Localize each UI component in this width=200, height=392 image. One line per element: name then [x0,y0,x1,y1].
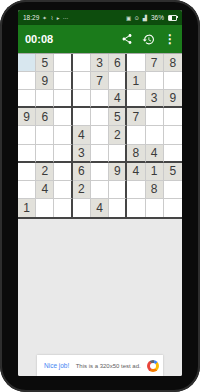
phone-frame: 18:29 ✦ ⌇ ▸ ⋯ ▣ ⊙ ▟ 36% 00:08 [0,0,200,392]
cell-r2c7[interactable]: 1 [127,72,145,90]
cell-r9c3[interactable] [54,199,72,217]
cell-r5c1[interactable] [18,126,36,144]
status-bar: 18:29 ✦ ⌇ ▸ ⋯ ▣ ⊙ ▟ 36% [18,10,182,25]
cell-r6c1[interactable] [18,145,36,163]
ad-banner-area: Nice job! This is a 320x50 test ad. [18,355,182,376]
cell-r4c1[interactable]: 9 [18,108,36,126]
cell-r1c9[interactable]: 8 [164,54,182,72]
cell-r4c7[interactable]: 7 [127,108,145,126]
history-icon [142,33,155,46]
cell-r5c8[interactable] [146,126,164,144]
cell-r2c3[interactable] [54,72,72,90]
cell-r3c4[interactable] [73,90,91,108]
system-status-icons: ▣ ⊙ ▟ [126,15,148,21]
cell-r7c5[interactable] [91,163,109,181]
cell-r2c8[interactable] [146,72,164,90]
content-area [18,219,182,355]
notification-icons: ✦ ⌇ ▸ ⋯ [42,15,69,21]
cell-r8c6[interactable] [109,181,127,199]
cell-r4c8[interactable] [146,108,164,126]
cell-r8c9[interactable] [164,181,182,199]
cell-r2c6[interactable] [109,72,127,90]
cell-r5c5[interactable] [91,126,109,144]
cell-r3c9[interactable]: 9 [164,90,182,108]
cell-r8c3[interactable] [54,181,72,199]
cell-r3c2[interactable] [36,90,54,108]
cell-r7c7[interactable]: 4 [127,163,145,181]
cell-r2c4[interactable] [73,72,91,90]
cell-r6c3[interactable] [54,145,72,163]
cell-r5c4[interactable]: 4 [73,126,91,144]
cell-r8c7[interactable] [127,181,145,199]
cell-r9c6[interactable] [109,199,127,217]
cell-r7c1[interactable] [18,163,36,181]
cell-r3c3[interactable] [54,90,72,108]
cell-r4c5[interactable] [91,108,109,126]
overflow-menu-icon: ⋮ [164,33,176,45]
cell-r7c2[interactable]: 2 [36,163,54,181]
cell-r8c2[interactable]: 4 [36,181,54,199]
share-button[interactable] [121,33,133,45]
game-timer: 00:08 [25,33,53,45]
cell-r8c1[interactable] [18,181,36,199]
cell-r4c9[interactable] [164,108,182,126]
screen: 18:29 ✦ ⌇ ▸ ⋯ ▣ ⊙ ▟ 36% 00:08 [18,10,182,376]
cell-r3c5[interactable] [91,90,109,108]
cell-r5c3[interactable] [54,126,72,144]
cell-r9c2[interactable] [36,199,54,217]
status-time: 18:29 [23,14,39,21]
ad-headline[interactable]: Nice job! [44,362,69,369]
cell-r3c6[interactable]: 4 [109,90,127,108]
app-bar: 00:08 ⋮ [18,25,182,53]
cell-r3c8[interactable]: 3 [146,90,164,108]
cell-r4c4[interactable] [73,108,91,126]
ad-banner[interactable]: Nice job! This is a 320x50 test ad. [37,355,163,376]
cell-r5c9[interactable] [164,126,182,144]
cell-r1c5[interactable]: 3 [91,54,109,72]
cell-r2c5[interactable]: 7 [91,72,109,90]
cell-r7c9[interactable]: 5 [164,163,182,181]
cell-r6c7[interactable]: 8 [127,145,145,163]
cell-r5c6[interactable]: 2 [109,126,127,144]
cell-r1c4[interactable] [73,54,91,72]
cell-r5c7[interactable] [127,126,145,144]
admob-logo-icon [147,360,159,372]
cell-r8c4[interactable]: 2 [73,181,91,199]
cell-r3c1[interactable] [18,90,36,108]
cell-r7c3[interactable] [54,163,72,181]
cell-r5c2[interactable] [36,126,54,144]
cell-r9c8[interactable] [146,199,164,217]
cell-r9c9[interactable] [164,199,182,217]
cell-r1c6[interactable]: 6 [109,54,127,72]
cell-r1c8[interactable]: 7 [146,54,164,72]
overflow-menu-button[interactable]: ⋮ [164,33,176,45]
cell-r1c2[interactable]: 5 [36,54,54,72]
cell-r6c5[interactable] [91,145,109,163]
cell-r7c6[interactable]: 9 [109,163,127,181]
cell-r2c1[interactable] [18,72,36,90]
cell-r9c1[interactable]: 1 [18,199,36,217]
sudoku-board: 5367897143996574238426941542814 [18,53,182,219]
cell-r1c3[interactable] [54,54,72,72]
restart-button[interactable] [142,33,155,46]
cell-r7c8[interactable]: 1 [146,163,164,181]
cell-r6c9[interactable] [164,145,182,163]
cell-r1c7[interactable] [127,54,145,72]
cell-r7c4[interactable]: 6 [73,163,91,181]
cell-r6c6[interactable] [109,145,127,163]
share-icon [121,33,133,45]
cell-r2c9[interactable] [164,72,182,90]
cell-r6c4[interactable]: 3 [73,145,91,163]
battery-icon [168,15,177,21]
cell-r4c2[interactable]: 6 [36,108,54,126]
cell-r9c7[interactable] [127,199,145,217]
cell-r8c8[interactable]: 8 [146,181,164,199]
cell-r8c5[interactable] [91,181,109,199]
cell-r3c7[interactable] [127,90,145,108]
cell-r6c2[interactable] [36,145,54,163]
cell-r4c6[interactable]: 5 [109,108,127,126]
cell-r2c2[interactable]: 9 [36,72,54,90]
cell-r1c1[interactable] [18,54,36,72]
battery-percent: 36% [151,14,164,21]
cell-r9c5[interactable]: 4 [91,199,109,217]
ad-body-text: This is a 320x50 test ad. [69,363,147,369]
cell-r6c8[interactable]: 4 [146,145,164,163]
cell-r9c4[interactable] [73,199,91,217]
cell-r4c3[interactable] [54,108,72,126]
